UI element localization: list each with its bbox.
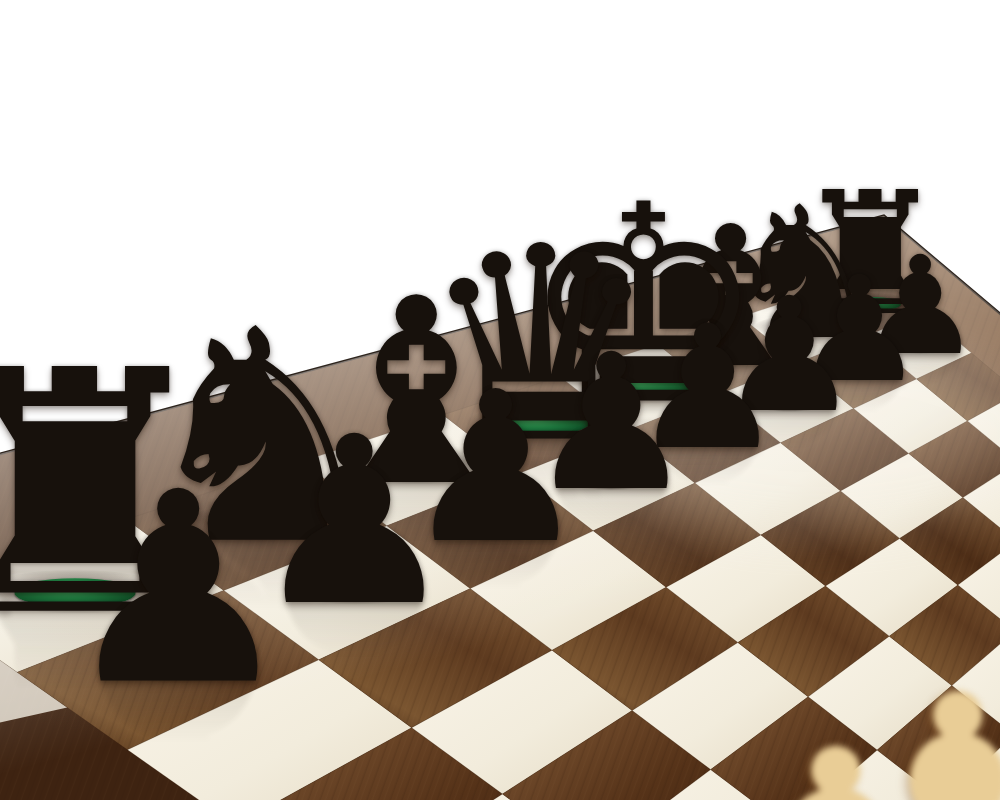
chess-board [0, 0, 1000, 800]
chess-set-product-photo: ♜♜♞♞♝♝♚♚♛♛♝♝♞♞♜♜♟♟♟♟♟♟♟♟♟♟♟♟♟♟♟♟♟♟ [0, 0, 1000, 800]
